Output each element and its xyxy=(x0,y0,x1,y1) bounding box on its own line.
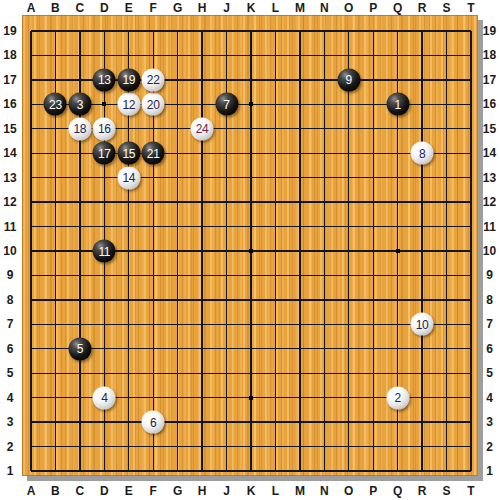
stone-white-c15-move-18[interactable]: 18 xyxy=(68,117,91,140)
stone-white-d4-move-4[interactable]: 4 xyxy=(93,386,116,409)
stone-black-o17-move-9[interactable]: 9 xyxy=(337,68,360,91)
stone-white-f17-move-22[interactable]: 22 xyxy=(142,68,165,91)
stone-black-d17-move-13[interactable]: 13 xyxy=(93,68,116,91)
stone-black-d10-move-11[interactable]: 11 xyxy=(93,240,116,263)
stone-white-r14-move-8[interactable]: 8 xyxy=(411,142,434,165)
stone-white-e16-move-12[interactable]: 12 xyxy=(117,93,140,116)
stone-white-f16-move-20[interactable]: 20 xyxy=(142,93,165,116)
go-board-diagram: AABBCCDDEEFFGGHHJJKKLLMMNNOOPPQQRRSSTT19… xyxy=(0,0,500,500)
stone-black-d14-move-17[interactable]: 17 xyxy=(93,142,116,165)
stone-white-h15-move-24[interactable]: 24 xyxy=(191,117,214,140)
stone-black-b16-move-23[interactable]: 23 xyxy=(44,93,67,116)
stone-white-r7-move-10[interactable]: 10 xyxy=(411,313,434,336)
stone-white-e13-move-14[interactable]: 14 xyxy=(117,166,140,189)
stone-black-j16-move-7[interactable]: 7 xyxy=(215,93,238,116)
stone-white-f3-move-6[interactable]: 6 xyxy=(142,411,165,434)
stone-black-e17-move-19[interactable]: 19 xyxy=(117,68,140,91)
stone-black-e14-move-15[interactable]: 15 xyxy=(117,142,140,165)
stone-black-q16-move-1[interactable]: 1 xyxy=(386,93,409,116)
stone-black-f14-move-21[interactable]: 21 xyxy=(142,142,165,165)
stone-white-q4-move-2[interactable]: 2 xyxy=(386,386,409,409)
stone-white-d15-move-16[interactable]: 16 xyxy=(93,117,116,140)
stone-black-c6-move-5[interactable]: 5 xyxy=(68,337,91,360)
stone-black-c16-move-3[interactable]: 3 xyxy=(68,93,91,116)
stones-layer: 123456789101112131415161718192021222324 xyxy=(0,0,500,500)
